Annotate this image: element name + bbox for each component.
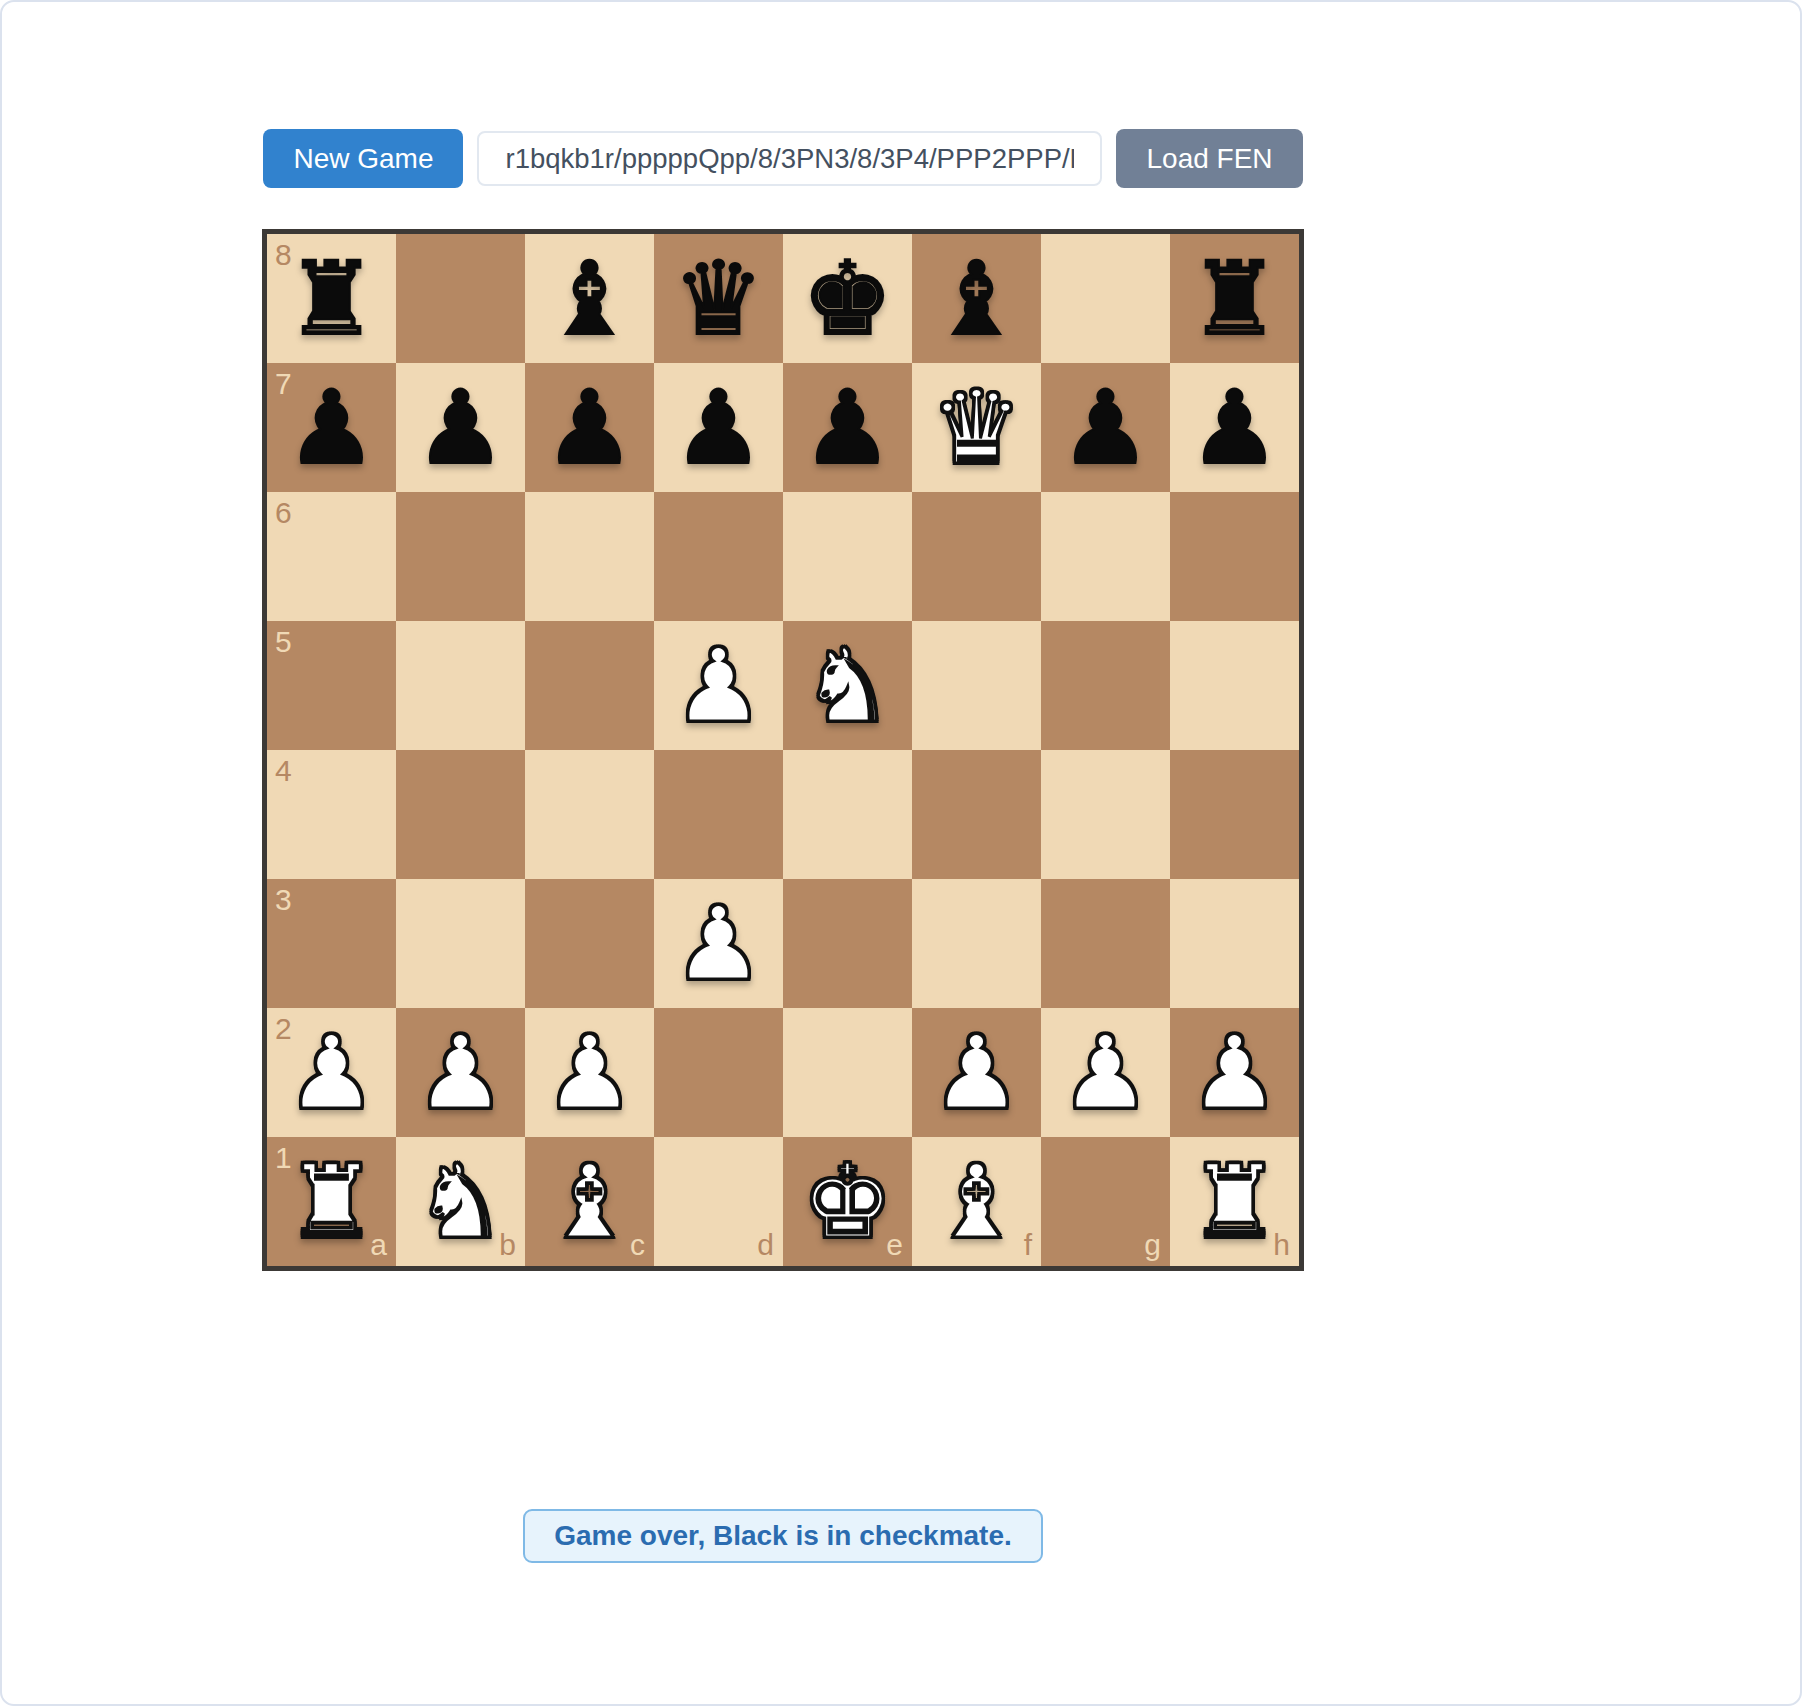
rank-label-6: 6 (275, 498, 292, 528)
fen-input[interactable] (477, 131, 1102, 186)
square-e8[interactable]: ♚ (783, 234, 912, 363)
chess-board: 8♜♝♛♚♝♜7♟♟♟♟♟♛♟♟65♟♞43♟2♟♟♟♟♟♟1a♜b♞c♝de♚… (262, 229, 1304, 1271)
square-a8[interactable]: 8♜ (267, 234, 396, 363)
square-b6[interactable] (396, 492, 525, 621)
square-e3[interactable] (783, 879, 912, 1008)
piece-white-pawn[interactable]: ♟ (1060, 1022, 1151, 1124)
square-b3[interactable] (396, 879, 525, 1008)
square-d7[interactable]: ♟ (654, 363, 783, 492)
piece-white-bishop[interactable]: ♝ (931, 1151, 1022, 1253)
square-d4[interactable] (654, 750, 783, 879)
square-c5[interactable] (525, 621, 654, 750)
board-wrapper: 8♜♝♛♚♝♜7♟♟♟♟♟♛♟♟65♟♞43♟2♟♟♟♟♟♟1a♜b♞c♝de♚… (262, 229, 1304, 1271)
square-a3[interactable]: 3 (267, 879, 396, 1008)
square-b1[interactable]: b♞ (396, 1137, 525, 1266)
square-g3[interactable] (1041, 879, 1170, 1008)
square-e2[interactable] (783, 1008, 912, 1137)
piece-white-pawn[interactable]: ♟ (1189, 1022, 1280, 1124)
file-label-g: g (1144, 1230, 1161, 1260)
square-h3[interactable] (1170, 879, 1299, 1008)
square-b5[interactable] (396, 621, 525, 750)
piece-black-pawn[interactable]: ♟ (415, 377, 506, 479)
piece-white-pawn[interactable]: ♟ (544, 1022, 635, 1124)
square-d3[interactable]: ♟ (654, 879, 783, 1008)
square-c6[interactable] (525, 492, 654, 621)
square-g5[interactable] (1041, 621, 1170, 750)
piece-black-pawn[interactable]: ♟ (1060, 377, 1151, 479)
piece-black-pawn[interactable]: ♟ (286, 377, 377, 479)
piece-black-king[interactable]: ♚ (802, 248, 893, 350)
piece-black-pawn[interactable]: ♟ (673, 377, 764, 479)
square-b2[interactable]: ♟ (396, 1008, 525, 1137)
square-f6[interactable] (912, 492, 1041, 621)
square-h7[interactable]: ♟ (1170, 363, 1299, 492)
piece-black-rook[interactable]: ♜ (1189, 248, 1280, 350)
square-h4[interactable] (1170, 750, 1299, 879)
square-h5[interactable] (1170, 621, 1299, 750)
square-f5[interactable] (912, 621, 1041, 750)
square-e5[interactable]: ♞ (783, 621, 912, 750)
load-fen-button[interactable]: Load FEN (1116, 129, 1302, 188)
square-h2[interactable]: ♟ (1170, 1008, 1299, 1137)
square-e1[interactable]: e♚ (783, 1137, 912, 1266)
app-page: New Game Load FEN 8♜♝♛♚♝♜7♟♟♟♟♟♛♟♟65♟♞43… (0, 0, 1802, 1706)
piece-white-bishop[interactable]: ♝ (544, 1151, 635, 1253)
piece-white-pawn[interactable]: ♟ (415, 1022, 506, 1124)
piece-black-pawn[interactable]: ♟ (544, 377, 635, 479)
piece-white-pawn[interactable]: ♟ (931, 1022, 1022, 1124)
square-h1[interactable]: h♜ (1170, 1137, 1299, 1266)
square-g2[interactable]: ♟ (1041, 1008, 1170, 1137)
piece-white-pawn[interactable]: ♟ (673, 635, 764, 737)
square-g8[interactable] (1041, 234, 1170, 363)
square-d6[interactable] (654, 492, 783, 621)
square-g7[interactable]: ♟ (1041, 363, 1170, 492)
square-f2[interactable]: ♟ (912, 1008, 1041, 1137)
square-f1[interactable]: f♝ (912, 1137, 1041, 1266)
piece-black-pawn[interactable]: ♟ (802, 377, 893, 479)
square-b4[interactable] (396, 750, 525, 879)
square-d2[interactable] (654, 1008, 783, 1137)
rank-label-3: 3 (275, 885, 292, 915)
piece-black-bishop[interactable]: ♝ (931, 248, 1022, 350)
square-b7[interactable]: ♟ (396, 363, 525, 492)
square-e4[interactable] (783, 750, 912, 879)
square-c1[interactable]: c♝ (525, 1137, 654, 1266)
piece-white-pawn[interactable]: ♟ (286, 1022, 377, 1124)
square-g4[interactable] (1041, 750, 1170, 879)
file-label-f: f (1024, 1230, 1032, 1260)
square-a2[interactable]: 2♟ (267, 1008, 396, 1137)
new-game-button[interactable]: New Game (263, 129, 463, 188)
piece-white-rook[interactable]: ♜ (286, 1151, 377, 1253)
status-message: Game over, Black is in checkmate. (523, 1509, 1043, 1563)
square-f8[interactable]: ♝ (912, 234, 1041, 363)
square-f4[interactable] (912, 750, 1041, 879)
square-a5[interactable]: 5 (267, 621, 396, 750)
square-f7[interactable]: ♛ (912, 363, 1041, 492)
piece-black-queen[interactable]: ♛ (673, 248, 764, 350)
square-c3[interactable] (525, 879, 654, 1008)
square-g1[interactable]: g (1041, 1137, 1170, 1266)
piece-black-bishop[interactable]: ♝ (544, 248, 635, 350)
square-h6[interactable] (1170, 492, 1299, 621)
piece-black-pawn[interactable]: ♟ (1189, 377, 1280, 479)
square-a6[interactable]: 6 (267, 492, 396, 621)
content-column: New Game Load FEN 8♜♝♛♚♝♜7♟♟♟♟♟♛♟♟65♟♞43… (262, 129, 1304, 1563)
piece-white-knight[interactable]: ♞ (415, 1151, 506, 1253)
piece-black-rook[interactable]: ♜ (286, 248, 377, 350)
toolbar: New Game Load FEN (262, 129, 1304, 188)
square-g6[interactable] (1041, 492, 1170, 621)
square-h8[interactable]: ♜ (1170, 234, 1299, 363)
square-d5[interactable]: ♟ (654, 621, 783, 750)
piece-white-pawn[interactable]: ♟ (673, 893, 764, 995)
square-b8[interactable] (396, 234, 525, 363)
piece-white-king[interactable]: ♚ (802, 1151, 893, 1253)
rank-label-5: 5 (275, 627, 292, 657)
square-f3[interactable] (912, 879, 1041, 1008)
square-d8[interactable]: ♛ (654, 234, 783, 363)
piece-white-rook[interactable]: ♜ (1189, 1151, 1280, 1253)
square-e7[interactable]: ♟ (783, 363, 912, 492)
square-d1[interactable]: d (654, 1137, 783, 1266)
square-c8[interactable]: ♝ (525, 234, 654, 363)
square-c7[interactable]: ♟ (525, 363, 654, 492)
square-a4[interactable]: 4 (267, 750, 396, 879)
file-label-d: d (757, 1230, 774, 1260)
square-a7[interactable]: 7♟ (267, 363, 396, 492)
piece-white-knight[interactable]: ♞ (802, 635, 893, 737)
square-e6[interactable] (783, 492, 912, 621)
rank-label-4: 4 (275, 756, 292, 786)
square-a1[interactable]: 1a♜ (267, 1137, 396, 1266)
square-c4[interactable] (525, 750, 654, 879)
piece-white-queen[interactable]: ♛ (931, 377, 1022, 479)
square-c2[interactable]: ♟ (525, 1008, 654, 1137)
